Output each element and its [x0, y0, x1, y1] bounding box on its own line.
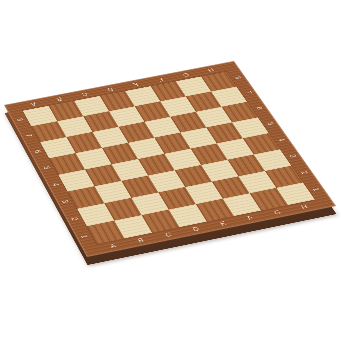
chessboard-product-photo: ABCDEFGH ABCDEFGH 87654321 87654321	[0, 0, 341, 341]
board-grid	[23, 72, 315, 244]
chess-board: ABCDEFGH ABCDEFGH 87654321 87654321	[4, 61, 336, 257]
